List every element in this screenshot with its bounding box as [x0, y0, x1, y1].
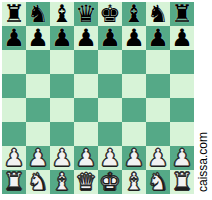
- square-g8[interactable]: ♞: [146, 2, 170, 26]
- square-b4[interactable]: [26, 98, 50, 122]
- square-e5[interactable]: [98, 74, 122, 98]
- square-h1[interactable]: ♜: [170, 170, 194, 194]
- piece-white-pawn[interactable]: ♟: [27, 146, 49, 170]
- square-a3[interactable]: [2, 122, 26, 146]
- chess-board: ♜♞♝♛♚♝♞♜♟♟♟♟♟♟♟♟♟♟♟♟♟♟♟♟♜♞♝♛♚♝♞♜: [2, 2, 194, 194]
- piece-black-rook[interactable]: ♜: [171, 2, 193, 26]
- piece-white-rook[interactable]: ♜: [171, 170, 193, 194]
- square-d8[interactable]: ♛: [74, 2, 98, 26]
- chess-board-panel: ♜♞♝♛♚♝♞♜♟♟♟♟♟♟♟♟♟♟♟♟♟♟♟♟♜♞♝♛♚♝♞♜ caissa.…: [0, 0, 212, 200]
- square-f1[interactable]: ♝: [122, 170, 146, 194]
- square-a8[interactable]: ♜: [2, 2, 26, 26]
- square-f4[interactable]: [122, 98, 146, 122]
- square-g2[interactable]: ♟: [146, 146, 170, 170]
- square-b1[interactable]: ♞: [26, 170, 50, 194]
- square-h2[interactable]: ♟: [170, 146, 194, 170]
- piece-black-pawn[interactable]: ♟: [147, 26, 169, 50]
- square-e7[interactable]: ♟: [98, 26, 122, 50]
- piece-black-pawn[interactable]: ♟: [171, 26, 193, 50]
- square-d4[interactable]: [74, 98, 98, 122]
- piece-white-queen[interactable]: ♛: [75, 170, 97, 194]
- square-h5[interactable]: [170, 74, 194, 98]
- square-h8[interactable]: ♜: [170, 2, 194, 26]
- square-b3[interactable]: [26, 122, 50, 146]
- piece-black-pawn[interactable]: ♟: [75, 26, 97, 50]
- square-b2[interactable]: ♟: [26, 146, 50, 170]
- square-h3[interactable]: [170, 122, 194, 146]
- piece-black-knight[interactable]: ♞: [147, 2, 169, 26]
- square-g3[interactable]: [146, 122, 170, 146]
- piece-white-pawn[interactable]: ♟: [3, 146, 25, 170]
- square-e6[interactable]: [98, 50, 122, 74]
- square-h7[interactable]: ♟: [170, 26, 194, 50]
- piece-black-rook[interactable]: ♜: [3, 2, 25, 26]
- square-b7[interactable]: ♟: [26, 26, 50, 50]
- square-c1[interactable]: ♝: [50, 170, 74, 194]
- piece-white-bishop[interactable]: ♝: [51, 170, 73, 194]
- square-a1[interactable]: ♜: [2, 170, 26, 194]
- square-b6[interactable]: [26, 50, 50, 74]
- caissa-watermark: caissa.com: [196, 127, 210, 197]
- square-g4[interactable]: [146, 98, 170, 122]
- piece-black-pawn[interactable]: ♟: [99, 26, 121, 50]
- square-d7[interactable]: ♟: [74, 26, 98, 50]
- square-a7[interactable]: ♟: [2, 26, 26, 50]
- piece-white-bishop[interactable]: ♝: [123, 170, 145, 194]
- square-f6[interactable]: [122, 50, 146, 74]
- square-h4[interactable]: [170, 98, 194, 122]
- square-c7[interactable]: ♟: [50, 26, 74, 50]
- piece-black-pawn[interactable]: ♟: [3, 26, 25, 50]
- square-b8[interactable]: ♞: [26, 2, 50, 26]
- square-c4[interactable]: [50, 98, 74, 122]
- piece-white-pawn[interactable]: ♟: [51, 146, 73, 170]
- square-h6[interactable]: [170, 50, 194, 74]
- square-d6[interactable]: [74, 50, 98, 74]
- square-f8[interactable]: ♝: [122, 2, 146, 26]
- piece-white-rook[interactable]: ♜: [3, 170, 25, 194]
- piece-white-pawn[interactable]: ♟: [171, 146, 193, 170]
- square-g5[interactable]: [146, 74, 170, 98]
- square-e2[interactable]: ♟: [98, 146, 122, 170]
- piece-white-king[interactable]: ♚: [99, 170, 121, 194]
- square-f3[interactable]: [122, 122, 146, 146]
- square-d5[interactable]: [74, 74, 98, 98]
- square-d2[interactable]: ♟: [74, 146, 98, 170]
- square-g7[interactable]: ♟: [146, 26, 170, 50]
- square-c6[interactable]: [50, 50, 74, 74]
- square-d3[interactable]: [74, 122, 98, 146]
- piece-black-bishop[interactable]: ♝: [51, 2, 73, 26]
- square-b5[interactable]: [26, 74, 50, 98]
- piece-white-pawn[interactable]: ♟: [123, 146, 145, 170]
- square-g6[interactable]: [146, 50, 170, 74]
- piece-white-pawn[interactable]: ♟: [75, 146, 97, 170]
- square-e8[interactable]: ♚: [98, 2, 122, 26]
- piece-black-pawn[interactable]: ♟: [27, 26, 49, 50]
- square-a6[interactable]: [2, 50, 26, 74]
- square-c5[interactable]: [50, 74, 74, 98]
- piece-white-knight[interactable]: ♞: [147, 170, 169, 194]
- piece-black-pawn[interactable]: ♟: [51, 26, 73, 50]
- square-c2[interactable]: ♟: [50, 146, 74, 170]
- square-f2[interactable]: ♟: [122, 146, 146, 170]
- piece-black-knight[interactable]: ♞: [27, 2, 49, 26]
- piece-white-pawn[interactable]: ♟: [99, 146, 121, 170]
- square-a4[interactable]: [2, 98, 26, 122]
- square-c8[interactable]: ♝: [50, 2, 74, 26]
- square-c3[interactable]: [50, 122, 74, 146]
- square-e4[interactable]: [98, 98, 122, 122]
- piece-black-queen[interactable]: ♛: [75, 2, 97, 26]
- square-d1[interactable]: ♛: [74, 170, 98, 194]
- piece-black-bishop[interactable]: ♝: [123, 2, 145, 26]
- piece-black-king[interactable]: ♚: [99, 2, 121, 26]
- square-f7[interactable]: ♟: [122, 26, 146, 50]
- square-e3[interactable]: [98, 122, 122, 146]
- square-a5[interactable]: [2, 74, 26, 98]
- square-e1[interactable]: ♚: [98, 170, 122, 194]
- square-f5[interactable]: [122, 74, 146, 98]
- piece-white-knight[interactable]: ♞: [27, 170, 49, 194]
- square-a2[interactable]: ♟: [2, 146, 26, 170]
- piece-black-pawn[interactable]: ♟: [123, 26, 145, 50]
- square-g1[interactable]: ♞: [146, 170, 170, 194]
- piece-white-pawn[interactable]: ♟: [147, 146, 169, 170]
